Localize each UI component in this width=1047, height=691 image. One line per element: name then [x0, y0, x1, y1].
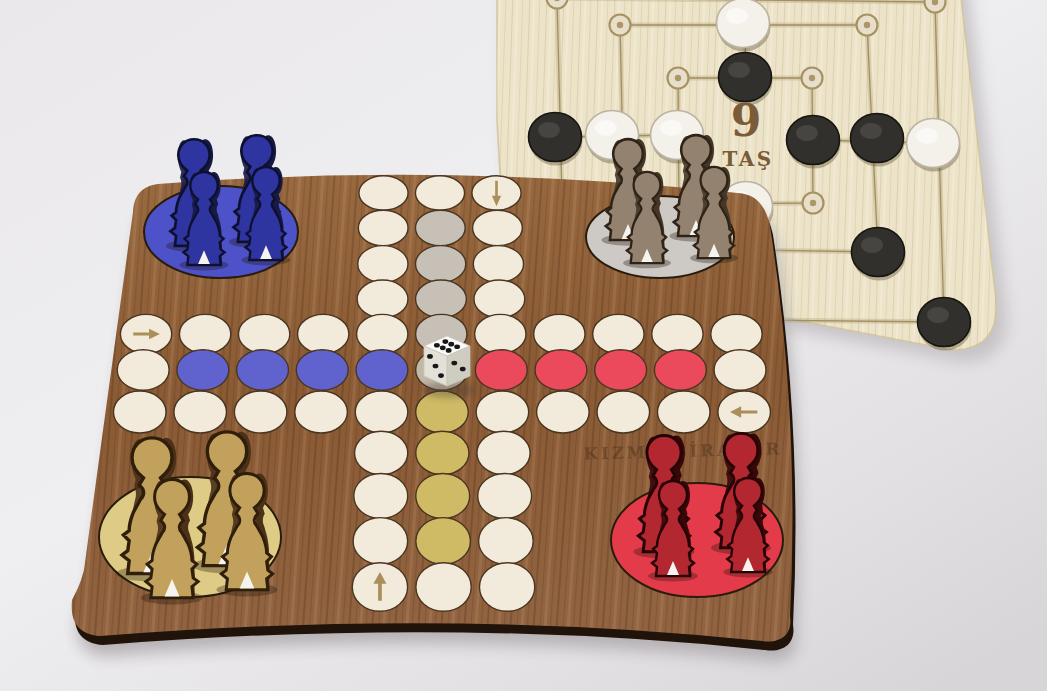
ludo-cell-r5c2[interactable] — [237, 350, 289, 390]
ludo-cell-r4c10[interactable] — [711, 314, 762, 353]
morris-stone-f4-black[interactable] — [851, 114, 905, 167]
morris-stone-f2-black[interactable] — [852, 228, 906, 281]
ludo-cell-r4c9[interactable] — [652, 314, 703, 353]
ludo-cell-r8c6[interactable] — [478, 473, 532, 518]
ludo-cell-r3c6[interactable] — [474, 280, 525, 318]
ludo-cell-r6c6[interactable] — [476, 391, 529, 433]
ludo-cell-r1c6[interactable] — [473, 210, 523, 246]
morris-point-f6[interactable] — [857, 15, 878, 36]
ludo-cell-r8c5[interactable] — [416, 473, 470, 518]
ludo-cell-r0c4[interactable] — [359, 176, 408, 210]
ludo-cell-r4c3[interactable] — [298, 314, 349, 353]
ludo-cell-r5c10[interactable] — [714, 350, 766, 390]
ludo-cell-r5c1[interactable] — [177, 350, 229, 390]
ludo-cell-r6c2[interactable] — [234, 391, 287, 433]
ludo-cell-r9c4[interactable] — [353, 518, 408, 565]
ludo-cell-r4c1[interactable] — [179, 314, 230, 353]
morris-point-e5[interactable] — [802, 68, 823, 89]
ludo-cell-r5c0[interactable] — [117, 350, 169, 390]
ludo-cell-r4c0[interactable] — [120, 314, 171, 353]
morris-stone-a4-black[interactable] — [529, 113, 583, 166]
ludo-cell-r10c6[interactable] — [479, 563, 534, 612]
ludo-cell-r7c5[interactable] — [416, 431, 469, 474]
ludo-cell-r0c6[interactable] — [472, 176, 521, 210]
ludo-cell-r6c7[interactable] — [537, 391, 590, 433]
photo-scene: 9 TAŞ KIZMA BİRADER — [0, 0, 1047, 691]
ludo-cell-r2c6[interactable] — [473, 246, 523, 283]
ludo-cell-r6c3[interactable] — [295, 391, 348, 433]
ludo-cell-r2c5[interactable] — [416, 246, 466, 283]
morris-stone-g1-black[interactable] — [918, 298, 972, 351]
morris-point-c5[interactable] — [668, 68, 689, 89]
morris-point-g7[interactable] — [925, 0, 946, 13]
ludo-cell-r10c5[interactable] — [416, 563, 471, 612]
ludo-cell-r6c0[interactable] — [113, 391, 166, 433]
ludo-cell-r1c5[interactable] — [415, 210, 465, 246]
die-showing-6[interactable] — [422, 336, 476, 398]
ludo-cell-r5c6[interactable] — [475, 350, 527, 390]
ludo-cell-r6c4[interactable] — [355, 391, 408, 433]
morris-point-b6[interactable] — [610, 15, 631, 36]
boardgame-scene: 9 TAŞ KIZMA BİRADER — [0, 0, 1047, 691]
ludo-cell-r5c4[interactable] — [356, 350, 408, 390]
ludo-cell-r3c5[interactable] — [416, 280, 467, 318]
ludo-cell-r8c4[interactable] — [354, 473, 408, 518]
ludo-cell-r6c8[interactable] — [597, 391, 650, 433]
ludo-cell-r6c1[interactable] — [174, 391, 227, 433]
ludo-cell-r5c3[interactable] — [296, 350, 348, 390]
ludo-cell-r0c5[interactable] — [415, 176, 464, 210]
morris-stone-e4-black[interactable] — [787, 116, 841, 169]
ludo-cell-r9c6[interactable] — [479, 518, 534, 565]
ludo-cell-r4c2[interactable] — [238, 314, 289, 353]
ludo-cell-r5c8[interactable] — [595, 350, 647, 390]
morris-label-number: 9 — [731, 95, 762, 146]
ludo-cell-r4c7[interactable] — [534, 314, 585, 353]
ludo-cell-r4c8[interactable] — [593, 314, 644, 353]
morris-stone-g4-white[interactable] — [907, 119, 961, 172]
ludo-cell-r9c5[interactable] — [416, 518, 471, 565]
morris-point-e3[interactable] — [803, 193, 824, 214]
morris-label-word: TAŞ — [722, 147, 773, 171]
ludo-cell-r3c4[interactable] — [357, 280, 408, 318]
ludo-cell-r10c4[interactable] — [352, 563, 407, 612]
ludo-cell-r1c4[interactable] — [358, 210, 408, 246]
ludo-cell-r5c7[interactable] — [535, 350, 587, 390]
ludo-cell-r6c10[interactable] — [718, 391, 771, 433]
ludo-cell-r6c9[interactable] — [657, 391, 710, 433]
ludo-cell-r7c6[interactable] — [477, 431, 530, 474]
ludo-cell-r7c4[interactable] — [355, 431, 408, 474]
ludo-cell-r5c9[interactable] — [654, 350, 706, 390]
ludo-cell-r4c6[interactable] — [475, 314, 526, 353]
ludo-cell-r2c4[interactable] — [358, 246, 408, 283]
ludo-cell-r4c4[interactable] — [357, 314, 408, 353]
